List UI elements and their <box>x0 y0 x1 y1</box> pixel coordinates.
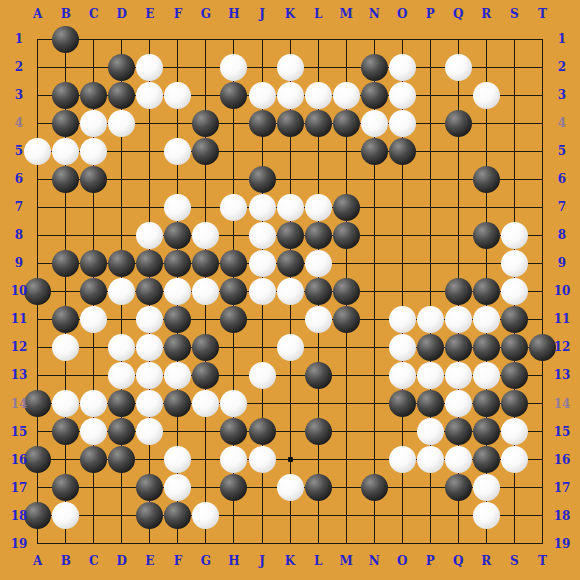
stone-black-J15[interactable] <box>249 418 276 445</box>
row-label-right-19: 19 <box>554 538 571 550</box>
col-label-bottom-G: G <box>201 555 211 567</box>
row-label-left-14: 14 <box>11 398 28 410</box>
col-label-bottom-H: H <box>228 555 239 567</box>
stone-black-S12[interactable] <box>501 334 528 361</box>
col-label-top-C: C <box>89 8 99 20</box>
row-label-left-16: 16 <box>11 454 28 466</box>
stone-white-B18[interactable] <box>52 502 79 529</box>
stone-black-M11[interactable] <box>333 306 360 333</box>
stone-black-H17[interactable] <box>220 474 247 501</box>
stone-black-C3[interactable] <box>80 82 107 109</box>
stone-black-Q15[interactable] <box>445 418 472 445</box>
stone-white-F17[interactable] <box>164 474 191 501</box>
stone-black-G9[interactable] <box>192 250 219 277</box>
stone-black-E18[interactable] <box>136 502 163 529</box>
stone-white-C14[interactable] <box>80 390 107 417</box>
grid-line-horizontal <box>38 543 543 544</box>
stone-black-N3[interactable] <box>361 82 388 109</box>
stone-black-R10[interactable] <box>473 278 500 305</box>
stone-white-E14[interactable] <box>136 390 163 417</box>
stone-white-R11[interactable] <box>473 306 500 333</box>
stone-white-C15[interactable] <box>80 418 107 445</box>
col-label-top-S: S <box>510 8 519 20</box>
stone-white-P13[interactable] <box>417 362 444 389</box>
stone-black-L13[interactable] <box>305 362 332 389</box>
stone-white-C5[interactable] <box>80 138 107 165</box>
stone-white-M3[interactable] <box>333 82 360 109</box>
stone-white-B12[interactable] <box>52 334 79 361</box>
stone-white-P11[interactable] <box>417 306 444 333</box>
stone-black-Q12[interactable] <box>445 334 472 361</box>
col-label-top-R: R <box>481 8 491 20</box>
stone-white-R18[interactable] <box>473 502 500 529</box>
stone-white-A5[interactable] <box>24 138 51 165</box>
stone-black-A18[interactable] <box>24 502 51 529</box>
stone-white-C4[interactable] <box>80 110 107 137</box>
stone-black-Q17[interactable] <box>445 474 472 501</box>
stone-white-D13[interactable] <box>108 362 135 389</box>
row-label-right-5: 5 <box>558 145 566 157</box>
stone-black-M8[interactable] <box>333 222 360 249</box>
stone-black-F18[interactable] <box>164 502 191 529</box>
row-label-left-5: 5 <box>15 145 23 157</box>
col-label-top-P: P <box>426 8 435 20</box>
stone-black-L8[interactable] <box>305 222 332 249</box>
stone-white-K12[interactable] <box>277 334 304 361</box>
row-label-right-2: 2 <box>558 61 566 73</box>
row-label-left-4: 4 <box>15 117 23 129</box>
stone-black-B17[interactable] <box>52 474 79 501</box>
col-label-bottom-J: J <box>259 555 265 567</box>
stone-white-P15[interactable] <box>417 418 444 445</box>
row-label-right-15: 15 <box>554 426 571 438</box>
row-label-right-12: 12 <box>554 341 571 353</box>
stone-black-T12[interactable] <box>529 334 556 361</box>
stone-white-D12[interactable] <box>108 334 135 361</box>
stone-white-J9[interactable] <box>249 250 276 277</box>
row-label-left-10: 10 <box>11 285 28 297</box>
stone-black-C10[interactable] <box>80 278 107 305</box>
col-label-top-H: H <box>228 8 239 20</box>
col-label-bottom-M: M <box>339 555 352 567</box>
stone-black-Q4[interactable] <box>445 110 472 137</box>
row-label-right-4: 4 <box>558 117 566 129</box>
row-label-left-17: 17 <box>11 482 28 494</box>
row-label-right-10: 10 <box>554 285 571 297</box>
col-label-top-T: T <box>538 8 547 20</box>
stone-white-S15[interactable] <box>501 418 528 445</box>
stone-white-L3[interactable] <box>305 82 332 109</box>
stone-white-F16[interactable] <box>164 446 191 473</box>
stone-white-J13[interactable] <box>249 362 276 389</box>
stone-white-N4[interactable] <box>361 110 388 137</box>
stone-white-O3[interactable] <box>389 82 416 109</box>
stone-black-R6[interactable] <box>473 166 500 193</box>
col-label-bottom-B: B <box>61 555 71 567</box>
stone-white-S9[interactable] <box>501 250 528 277</box>
stone-black-O5[interactable] <box>389 138 416 165</box>
stone-black-S13[interactable] <box>501 362 528 389</box>
row-label-left-7: 7 <box>15 201 23 213</box>
stone-white-S16[interactable] <box>501 446 528 473</box>
stone-white-E15[interactable] <box>136 418 163 445</box>
stone-white-E13[interactable] <box>136 362 163 389</box>
row-label-right-1: 1 <box>558 33 566 45</box>
stone-black-H11[interactable] <box>220 306 247 333</box>
stone-white-G8[interactable] <box>192 222 219 249</box>
stone-black-A10[interactable] <box>24 278 51 305</box>
stone-black-D2[interactable] <box>108 54 135 81</box>
stone-black-D16[interactable] <box>108 446 135 473</box>
col-label-bottom-E: E <box>145 555 154 567</box>
stone-black-A14[interactable] <box>24 390 51 417</box>
stone-black-B9[interactable] <box>52 250 79 277</box>
row-label-right-13: 13 <box>554 369 571 381</box>
stone-black-P12[interactable] <box>417 334 444 361</box>
stone-black-B15[interactable] <box>52 418 79 445</box>
row-label-right-16: 16 <box>554 454 571 466</box>
row-label-right-6: 6 <box>558 173 566 185</box>
stone-black-M4[interactable] <box>333 110 360 137</box>
stone-black-G13[interactable] <box>192 362 219 389</box>
row-label-right-8: 8 <box>558 229 566 241</box>
stone-black-H15[interactable] <box>220 418 247 445</box>
stone-black-F9[interactable] <box>164 250 191 277</box>
stone-black-G5[interactable] <box>192 138 219 165</box>
stone-black-N5[interactable] <box>361 138 388 165</box>
stone-white-J10[interactable] <box>249 278 276 305</box>
stone-white-G18[interactable] <box>192 502 219 529</box>
stone-white-Q14[interactable] <box>445 390 472 417</box>
stone-white-G14[interactable] <box>192 390 219 417</box>
col-label-bottom-A: A <box>33 555 42 567</box>
row-label-right-7: 7 <box>558 201 566 213</box>
col-label-top-Q: Q <box>453 8 463 20</box>
stone-black-P14[interactable] <box>417 390 444 417</box>
stone-black-B1[interactable] <box>52 26 79 53</box>
col-label-bottom-D: D <box>117 555 127 567</box>
stone-white-G10[interactable] <box>192 278 219 305</box>
row-label-left-6: 6 <box>15 173 23 185</box>
stone-black-C9[interactable] <box>80 250 107 277</box>
col-label-top-D: D <box>117 8 127 20</box>
stone-black-F14[interactable] <box>164 390 191 417</box>
stone-white-J3[interactable] <box>249 82 276 109</box>
row-label-left-2: 2 <box>15 61 23 73</box>
row-label-left-13: 13 <box>11 369 28 381</box>
stone-black-D9[interactable] <box>108 250 135 277</box>
row-label-left-15: 15 <box>11 426 28 438</box>
row-label-right-9: 9 <box>558 257 566 269</box>
stone-black-N17[interactable] <box>361 474 388 501</box>
stone-white-D4[interactable] <box>108 110 135 137</box>
col-label-bottom-S: S <box>510 555 519 567</box>
row-label-left-3: 3 <box>15 89 23 101</box>
stone-white-F13[interactable] <box>164 362 191 389</box>
go-board-screenshot: AABBCCDDEEFFGGHHJJKKLLMMNNOOPPQQRRSSTT11… <box>0 0 580 580</box>
row-label-right-17: 17 <box>554 482 571 494</box>
stone-white-O16[interactable] <box>389 446 416 473</box>
stone-black-M10[interactable] <box>333 278 360 305</box>
stone-black-B11[interactable] <box>52 306 79 333</box>
stone-white-O4[interactable] <box>389 110 416 137</box>
col-label-bottom-L: L <box>314 555 322 567</box>
stone-black-O14[interactable] <box>389 390 416 417</box>
row-label-right-18: 18 <box>554 510 571 522</box>
stone-black-R8[interactable] <box>473 222 500 249</box>
stone-black-D15[interactable] <box>108 418 135 445</box>
stone-black-L10[interactable] <box>305 278 332 305</box>
col-label-top-O: O <box>397 8 407 20</box>
stone-black-A16[interactable] <box>24 446 51 473</box>
stone-white-L11[interactable] <box>305 306 332 333</box>
stone-black-B3[interactable] <box>52 82 79 109</box>
stone-white-F7[interactable] <box>164 194 191 221</box>
stone-white-P16[interactable] <box>417 446 444 473</box>
stone-white-H16[interactable] <box>220 446 247 473</box>
stone-white-E2[interactable] <box>136 54 163 81</box>
stone-black-S11[interactable] <box>501 306 528 333</box>
stone-black-K4[interactable] <box>277 110 304 137</box>
row-label-right-11: 11 <box>554 313 571 325</box>
stone-black-D14[interactable] <box>108 390 135 417</box>
row-label-right-3: 3 <box>558 89 566 101</box>
stone-black-R15[interactable] <box>473 418 500 445</box>
row-label-right-14: 14 <box>554 398 571 410</box>
col-label-top-M: M <box>339 8 352 20</box>
col-label-bottom-C: C <box>89 555 99 567</box>
row-label-left-18: 18 <box>11 510 28 522</box>
col-label-bottom-O: O <box>397 555 407 567</box>
stone-white-L9[interactable] <box>305 250 332 277</box>
stone-black-H10[interactable] <box>220 278 247 305</box>
stone-black-R14[interactable] <box>473 390 500 417</box>
stone-black-R12[interactable] <box>473 334 500 361</box>
stone-white-Q11[interactable] <box>445 306 472 333</box>
stone-black-H9[interactable] <box>220 250 247 277</box>
stone-white-H14[interactable] <box>220 390 247 417</box>
stone-white-R3[interactable] <box>473 82 500 109</box>
stone-black-L17[interactable] <box>305 474 332 501</box>
stone-black-E10[interactable] <box>136 278 163 305</box>
grid-line-horizontal <box>38 515 543 516</box>
stone-white-O13[interactable] <box>389 362 416 389</box>
stone-white-J8[interactable] <box>249 222 276 249</box>
col-label-top-B: B <box>61 8 71 20</box>
stone-black-B4[interactable] <box>52 110 79 137</box>
stone-white-E11[interactable] <box>136 306 163 333</box>
stone-black-B6[interactable] <box>52 166 79 193</box>
stone-black-F12[interactable] <box>164 334 191 361</box>
stone-black-R16[interactable] <box>473 446 500 473</box>
stone-black-J6[interactable] <box>249 166 276 193</box>
col-label-top-G: G <box>201 8 211 20</box>
stone-white-F3[interactable] <box>164 82 191 109</box>
stone-black-K8[interactable] <box>277 222 304 249</box>
row-label-left-19: 19 <box>11 538 28 550</box>
stone-white-E8[interactable] <box>136 222 163 249</box>
col-label-top-N: N <box>369 8 380 20</box>
stone-white-Q13[interactable] <box>445 362 472 389</box>
stone-black-D3[interactable] <box>108 82 135 109</box>
star-point-K16 <box>288 457 293 462</box>
stone-white-K10[interactable] <box>277 278 304 305</box>
stone-white-R17[interactable] <box>473 474 500 501</box>
stone-white-O12[interactable] <box>389 334 416 361</box>
stone-white-K3[interactable] <box>277 82 304 109</box>
col-label-top-K: K <box>285 8 295 20</box>
row-label-left-8: 8 <box>15 229 23 241</box>
stone-white-K7[interactable] <box>277 194 304 221</box>
col-label-bottom-P: P <box>426 555 435 567</box>
stone-white-S8[interactable] <box>501 222 528 249</box>
stone-black-L4[interactable] <box>305 110 332 137</box>
stone-white-F10[interactable] <box>164 278 191 305</box>
stone-black-G12[interactable] <box>192 334 219 361</box>
stone-black-M7[interactable] <box>333 194 360 221</box>
col-label-top-L: L <box>314 8 322 20</box>
grid-line-vertical <box>542 39 543 544</box>
stone-white-E3[interactable] <box>136 82 163 109</box>
col-label-bottom-Q: Q <box>453 555 463 567</box>
stone-black-Q10[interactable] <box>445 278 472 305</box>
stone-black-E9[interactable] <box>136 250 163 277</box>
stone-white-D10[interactable] <box>108 278 135 305</box>
row-label-left-1: 1 <box>15 33 23 45</box>
stone-black-J4[interactable] <box>249 110 276 137</box>
stone-black-H3[interactable] <box>220 82 247 109</box>
stone-black-F8[interactable] <box>164 222 191 249</box>
stone-white-L7[interactable] <box>305 194 332 221</box>
col-label-top-A: A <box>33 8 42 20</box>
stone-black-E17[interactable] <box>136 474 163 501</box>
stone-black-N2[interactable] <box>361 54 388 81</box>
stone-white-B14[interactable] <box>52 390 79 417</box>
stone-white-O11[interactable] <box>389 306 416 333</box>
stone-white-K17[interactable] <box>277 474 304 501</box>
stone-white-Q2[interactable] <box>445 54 472 81</box>
col-label-bottom-T: T <box>538 555 547 567</box>
col-label-bottom-F: F <box>174 555 183 567</box>
stone-white-C11[interactable] <box>80 306 107 333</box>
col-label-bottom-K: K <box>285 555 295 567</box>
col-label-bottom-N: N <box>369 555 380 567</box>
row-label-left-9: 9 <box>15 257 23 269</box>
stone-white-O2[interactable] <box>389 54 416 81</box>
row-label-left-12: 12 <box>11 341 28 353</box>
stone-white-E12[interactable] <box>136 334 163 361</box>
stone-white-S10[interactable] <box>501 278 528 305</box>
stone-black-K9[interactable] <box>277 250 304 277</box>
stone-white-Q16[interactable] <box>445 446 472 473</box>
stone-black-C6[interactable] <box>80 166 107 193</box>
col-label-top-F: F <box>174 8 183 20</box>
stone-black-G4[interactable] <box>192 110 219 137</box>
stone-black-C16[interactable] <box>80 446 107 473</box>
stone-black-F11[interactable] <box>164 306 191 333</box>
col-label-top-E: E <box>145 8 154 20</box>
stone-white-J7[interactable] <box>249 194 276 221</box>
stone-white-B5[interactable] <box>52 138 79 165</box>
stone-white-R13[interactable] <box>473 362 500 389</box>
stone-white-H2[interactable] <box>220 54 247 81</box>
stone-white-K2[interactable] <box>277 54 304 81</box>
stone-black-S14[interactable] <box>501 390 528 417</box>
stone-black-L15[interactable] <box>305 418 332 445</box>
row-label-left-11: 11 <box>11 313 28 325</box>
col-label-top-J: J <box>259 8 265 20</box>
stone-white-J16[interactable] <box>249 446 276 473</box>
col-label-bottom-R: R <box>481 555 491 567</box>
stone-white-F5[interactable] <box>164 138 191 165</box>
stone-white-H7[interactable] <box>220 194 247 221</box>
